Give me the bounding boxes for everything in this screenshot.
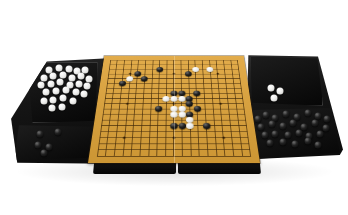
white-stone[interactable] bbox=[62, 86, 69, 93]
board-intersection[interactable] bbox=[178, 123, 186, 129]
star-point bbox=[173, 136, 176, 138]
black-stone[interactable] bbox=[284, 131, 291, 138]
star-point bbox=[216, 73, 219, 75]
board-intersection[interactable] bbox=[202, 123, 210, 129]
board-intersection[interactable] bbox=[153, 153, 162, 159]
white-stone[interactable] bbox=[50, 73, 57, 80]
white-stone[interactable] bbox=[163, 96, 170, 102]
white-stone[interactable] bbox=[267, 84, 274, 91]
black-stone[interactable] bbox=[322, 124, 329, 131]
black-stone[interactable] bbox=[324, 116, 331, 123]
white-stone[interactable] bbox=[65, 65, 72, 72]
board-intersection[interactable] bbox=[186, 101, 194, 106]
board-intersection[interactable] bbox=[170, 96, 178, 101]
black-stone[interactable] bbox=[279, 122, 286, 129]
board-intersection[interactable] bbox=[192, 67, 199, 72]
white-stone[interactable] bbox=[276, 87, 283, 94]
star-point bbox=[222, 136, 225, 138]
black-stone[interactable] bbox=[317, 130, 324, 137]
black-stone[interactable] bbox=[315, 113, 322, 120]
board-intersection[interactable] bbox=[186, 123, 194, 129]
board-intersection[interactable] bbox=[195, 153, 204, 159]
white-stone[interactable] bbox=[47, 80, 54, 87]
star-point bbox=[173, 103, 176, 105]
board-intersection[interactable] bbox=[162, 96, 170, 101]
board-intersection[interactable] bbox=[246, 153, 255, 159]
white-stone[interactable] bbox=[178, 96, 185, 102]
white-stone[interactable] bbox=[60, 72, 67, 79]
board-intersection[interactable] bbox=[193, 106, 201, 111]
board-intersection[interactable] bbox=[170, 153, 179, 159]
white-stone[interactable] bbox=[53, 88, 60, 95]
white-stone[interactable] bbox=[58, 104, 65, 111]
black-stone[interactable] bbox=[295, 129, 302, 136]
black-stone[interactable] bbox=[185, 71, 192, 76]
black-stone[interactable] bbox=[202, 123, 210, 129]
white-stone[interactable] bbox=[80, 90, 87, 97]
white-stone[interactable] bbox=[69, 74, 76, 81]
black-stone[interactable] bbox=[315, 142, 322, 149]
white-stone[interactable] bbox=[271, 94, 278, 101]
left-tray-black-stone-compartment bbox=[14, 125, 94, 160]
right-tray-black-stone-compartment bbox=[250, 108, 339, 160]
white-stone[interactable] bbox=[192, 67, 199, 72]
black-stone[interactable] bbox=[193, 91, 200, 96]
black-stone[interactable] bbox=[41, 149, 48, 156]
black-stone[interactable] bbox=[194, 106, 202, 112]
black-stone[interactable] bbox=[186, 101, 193, 107]
board-intersection[interactable] bbox=[178, 153, 187, 159]
white-stone[interactable] bbox=[55, 64, 62, 71]
black-stone[interactable] bbox=[301, 123, 308, 130]
black-stone[interactable] bbox=[258, 123, 265, 130]
white-stone[interactable] bbox=[84, 83, 91, 90]
black-stone[interactable] bbox=[292, 141, 299, 148]
black-stone[interactable] bbox=[304, 137, 311, 144]
white-stone[interactable] bbox=[37, 81, 44, 88]
black-stone[interactable] bbox=[290, 120, 297, 127]
white-stone[interactable] bbox=[50, 96, 57, 103]
black-stone[interactable] bbox=[263, 112, 270, 119]
star-point bbox=[219, 103, 222, 105]
white-stone[interactable] bbox=[78, 73, 85, 80]
black-stone[interactable] bbox=[304, 110, 311, 117]
board-intersection[interactable] bbox=[178, 112, 186, 118]
left-tray-white-stone-compartment bbox=[28, 62, 97, 124]
black-stone[interactable] bbox=[261, 131, 268, 138]
board-intersection[interactable] bbox=[170, 112, 178, 118]
white-stone[interactable] bbox=[40, 74, 47, 81]
star-point bbox=[129, 73, 132, 75]
star-point bbox=[123, 136, 126, 138]
white-stone[interactable] bbox=[186, 123, 194, 129]
board-intersection[interactable] bbox=[193, 91, 201, 96]
black-stone[interactable] bbox=[178, 123, 186, 129]
white-stone[interactable] bbox=[178, 112, 185, 118]
white-stone[interactable] bbox=[69, 97, 76, 104]
star-point bbox=[126, 103, 129, 105]
right-tray-white-stone-compartment bbox=[250, 56, 323, 105]
white-stone[interactable] bbox=[86, 75, 93, 82]
black-stone[interactable] bbox=[311, 120, 318, 127]
black-stone[interactable] bbox=[272, 130, 279, 137]
board-intersection[interactable] bbox=[161, 153, 170, 159]
black-stone[interactable] bbox=[279, 139, 286, 146]
board-intersection[interactable] bbox=[144, 153, 153, 159]
board-intersection[interactable] bbox=[206, 67, 214, 72]
board-intersection[interactable] bbox=[187, 153, 196, 159]
white-stone[interactable] bbox=[57, 79, 64, 86]
white-stone[interactable] bbox=[170, 112, 177, 118]
black-stone[interactable] bbox=[254, 116, 261, 123]
black-stone[interactable] bbox=[54, 129, 61, 136]
magnetic-go-set bbox=[0, 0, 348, 215]
black-stone[interactable] bbox=[37, 131, 44, 138]
white-stone[interactable] bbox=[49, 105, 56, 112]
black-stone[interactable] bbox=[267, 140, 274, 147]
black-stone[interactable] bbox=[35, 141, 42, 148]
white-stone[interactable] bbox=[40, 97, 47, 104]
black-stone[interactable] bbox=[283, 111, 290, 118]
black-stone[interactable] bbox=[170, 123, 178, 129]
white-stone[interactable] bbox=[170, 96, 177, 102]
board-intersection[interactable] bbox=[170, 123, 178, 129]
white-stone[interactable] bbox=[43, 89, 50, 96]
black-stone[interactable] bbox=[268, 121, 275, 128]
white-stone[interactable] bbox=[206, 67, 213, 72]
star-point bbox=[173, 73, 176, 75]
go-board[interactable] bbox=[88, 56, 260, 163]
white-stone[interactable] bbox=[72, 89, 79, 96]
board-intersection[interactable] bbox=[185, 72, 192, 77]
white-stone[interactable] bbox=[76, 80, 83, 87]
board-intersection[interactable] bbox=[178, 96, 186, 101]
white-stone[interactable] bbox=[60, 95, 67, 102]
